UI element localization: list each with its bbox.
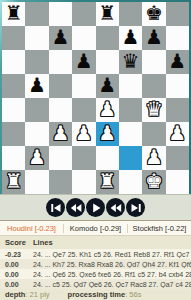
processing-time-label: processing time xyxy=(68,290,126,299)
square-d4[interactable] xyxy=(72,98,95,122)
square-d6[interactable]: ♟ xyxy=(72,50,95,74)
square-e1[interactable]: ♜ xyxy=(96,170,119,194)
square-e3[interactable]: ♟ xyxy=(96,122,119,146)
square-d8[interactable] xyxy=(72,2,95,26)
black-queen[interactable]: ♛ xyxy=(122,51,140,71)
square-b5[interactable]: ♟ xyxy=(25,74,48,98)
square-h5[interactable] xyxy=(166,74,189,98)
square-c5[interactable] xyxy=(49,74,72,98)
square-a3[interactable] xyxy=(2,122,25,146)
square-b7[interactable] xyxy=(25,26,48,50)
move-navigation-bar xyxy=(0,194,191,220)
square-b8[interactable] xyxy=(25,2,48,26)
analysis-footer: depth: 21 ply processing time: 56s xyxy=(0,289,191,300)
depth-label: depth xyxy=(5,290,25,299)
square-g1[interactable]: ♚ xyxy=(142,170,165,194)
square-h1[interactable] xyxy=(166,170,189,194)
square-a4[interactable] xyxy=(2,98,25,122)
score-value: -0.23 xyxy=(0,251,33,258)
square-a8[interactable]: ♜ xyxy=(2,2,25,26)
square-f3[interactable] xyxy=(119,122,142,146)
black-rook[interactable]: ♜ xyxy=(98,3,116,23)
square-g7[interactable]: ♟ xyxy=(142,26,165,50)
analysis-lines: -0.2324. ... Qe7 25. Kh1 c5 26. Red1 Reb… xyxy=(0,249,191,289)
tab-houdini[interactable]: Houdini [-0.23] xyxy=(0,224,63,233)
chess-analysis-window: ♜♜♚♟♟♟♟♛♟♟♟♟♛♟♟♟♟♟♟♜♜♚ Houdini [-0.23]Ko… xyxy=(0,0,191,300)
square-h3[interactable]: ♟ xyxy=(166,122,189,146)
square-c1[interactable] xyxy=(49,170,72,194)
square-e4[interactable]: ♟ xyxy=(96,98,119,122)
square-f7[interactable]: ♟ xyxy=(119,26,142,50)
white-pawn[interactable]: ♟ xyxy=(51,123,69,143)
lines-column-header: Lines xyxy=(33,238,53,247)
white-pawn[interactable]: ♟ xyxy=(75,123,93,143)
black-rook[interactable]: ♜ xyxy=(5,3,23,23)
skip-to-start-icon xyxy=(50,202,62,214)
depth-info: depth: 21 ply xyxy=(5,290,50,299)
black-pawn[interactable]: ♟ xyxy=(51,27,69,47)
pv-line: 24. ... Kh7 25. Rxa8 Rxa8 26. Qd7 Qh4 27… xyxy=(33,261,191,268)
square-g2[interactable]: ♟ xyxy=(142,146,165,170)
square-f8[interactable] xyxy=(119,2,142,26)
square-b4[interactable] xyxy=(25,98,48,122)
double-right-triangle-icon xyxy=(110,202,122,214)
white-rook[interactable]: ♜ xyxy=(98,171,116,191)
black-pawn[interactable]: ♟ xyxy=(28,75,46,95)
square-g8[interactable]: ♚ xyxy=(142,2,165,26)
square-b6[interactable] xyxy=(25,50,48,74)
white-pawn[interactable]: ♟ xyxy=(145,147,163,167)
white-pawn[interactable]: ♟ xyxy=(98,99,116,119)
tab-komodo[interactable]: Komodo [-0.29] xyxy=(63,224,127,233)
square-a2[interactable] xyxy=(2,146,25,170)
square-e6[interactable] xyxy=(96,50,119,74)
engine-tabs: Houdini [-0.23]Komodo [-0.29]Stockfish [… xyxy=(0,220,191,236)
square-c8[interactable] xyxy=(49,2,72,26)
square-b3[interactable] xyxy=(25,122,48,146)
square-d3[interactable]: ♟ xyxy=(72,122,95,146)
square-f6[interactable]: ♛ xyxy=(119,50,142,74)
square-a7[interactable] xyxy=(2,26,25,50)
white-pawn[interactable]: ♟ xyxy=(98,123,116,143)
square-c7[interactable]: ♟ xyxy=(49,26,72,50)
play-triangle-icon xyxy=(90,202,102,214)
square-e7[interactable] xyxy=(96,26,119,50)
square-e5[interactable]: ♟ xyxy=(96,74,119,98)
square-h4[interactable] xyxy=(166,98,189,122)
square-g6[interactable] xyxy=(142,50,165,74)
analysis-row-3[interactable]: 0.0024. ... Qe6 25. Qxe6 fxe6 26. Rf1 c5… xyxy=(0,269,191,279)
black-pawn[interactable]: ♟ xyxy=(122,27,140,47)
square-e2[interactable] xyxy=(96,146,119,170)
square-g4[interactable]: ♛ xyxy=(142,98,165,122)
score-value: 0.00 xyxy=(0,281,33,288)
fast-forward-button[interactable] xyxy=(106,198,125,217)
depth-value: : 21 ply xyxy=(25,290,49,299)
pv-line: 24. ... c5 25. Qd7 Qe6 26. Qc7 Rac8 27. … xyxy=(33,281,191,288)
black-pawn[interactable]: ♟ xyxy=(168,51,186,71)
go-to-end-button[interactable] xyxy=(126,198,145,217)
square-b2[interactable]: ♟ xyxy=(25,146,48,170)
square-b1[interactable] xyxy=(25,170,48,194)
black-pawn[interactable]: ♟ xyxy=(75,51,93,71)
square-a5[interactable] xyxy=(2,74,25,98)
white-rook[interactable]: ♜ xyxy=(5,171,23,191)
square-a6[interactable] xyxy=(2,50,25,74)
square-g3[interactable] xyxy=(142,122,165,146)
white-pawn[interactable]: ♟ xyxy=(28,147,46,167)
square-h7[interactable] xyxy=(166,26,189,50)
analysis-header: Score Lines xyxy=(0,236,191,249)
double-left-triangle-icon xyxy=(70,202,82,214)
square-f4[interactable] xyxy=(119,98,142,122)
go-to-start-button[interactable] xyxy=(46,198,65,217)
white-pawn[interactable]: ♟ xyxy=(168,123,186,143)
score-value: 0.00 xyxy=(0,271,33,278)
square-e8[interactable]: ♜ xyxy=(96,2,119,26)
score-value: 0.00 xyxy=(0,261,33,268)
square-d7[interactable] xyxy=(72,26,95,50)
analysis-row-4[interactable]: 0.0024. ... c5 25. Qd7 Qe6 26. Qc7 Rac8 … xyxy=(0,279,191,289)
square-c2[interactable] xyxy=(49,146,72,170)
square-f5[interactable] xyxy=(119,74,142,98)
square-f1[interactable] xyxy=(119,170,142,194)
analysis-row-1[interactable]: -0.2324. ... Qe7 25. Kh1 c5 26. Red1 Reb… xyxy=(0,249,191,259)
white-queen[interactable]: ♛ xyxy=(145,99,163,119)
square-h2[interactable] xyxy=(166,146,189,170)
square-f2[interactable] xyxy=(119,146,142,170)
black-pawn[interactable]: ♟ xyxy=(145,27,163,47)
step-forward-button[interactable] xyxy=(86,198,105,217)
fast-backward-button[interactable] xyxy=(66,198,85,217)
pv-line: 24. ... Qe6 25. Qxe6 fxe6 26. Rf1 c5 27.… xyxy=(33,271,191,278)
score-column-header: Score xyxy=(0,238,33,247)
square-c4[interactable] xyxy=(49,98,72,122)
square-h6[interactable]: ♟ xyxy=(166,50,189,74)
skip-to-end-icon xyxy=(130,202,142,214)
pv-line: 24. ... Qe7 25. Kh1 c5 26. Red1 Reb8 27.… xyxy=(33,251,191,258)
black-pawn[interactable]: ♟ xyxy=(98,75,116,95)
white-king[interactable]: ♚ xyxy=(145,171,163,191)
analysis-row-2[interactable]: 0.0024. ... Kh7 25. Rxa8 Rxa8 26. Qd7 Qh… xyxy=(0,259,191,269)
square-d2[interactable] xyxy=(72,146,95,170)
processing-time-info: processing time: 56s xyxy=(68,290,142,299)
tab-stockfish[interactable]: Stockfish [-0.22] xyxy=(127,224,191,233)
black-king[interactable]: ♚ xyxy=(145,3,163,23)
square-g5[interactable] xyxy=(142,74,165,98)
chess-board: ♜♜♚♟♟♟♟♛♟♟♟♟♛♟♟♟♟♟♟♜♜♚ xyxy=(2,2,189,194)
square-h8[interactable] xyxy=(166,2,189,26)
square-d5[interactable] xyxy=(72,74,95,98)
square-d1[interactable] xyxy=(72,170,95,194)
square-c3[interactable]: ♟ xyxy=(49,122,72,146)
processing-time-value: : 56s xyxy=(125,290,141,299)
square-a1[interactable]: ♜ xyxy=(2,170,25,194)
square-c6[interactable] xyxy=(49,50,72,74)
